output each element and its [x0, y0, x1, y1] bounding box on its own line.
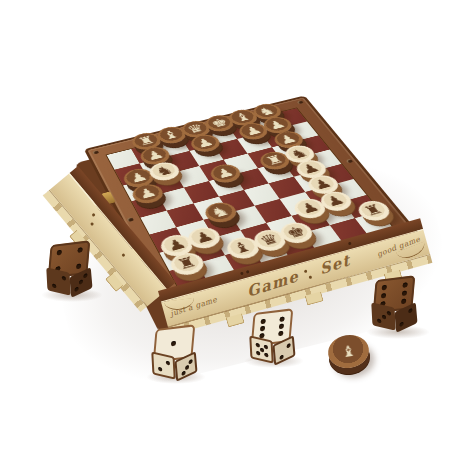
square-e4[interactable] — [244, 183, 280, 206]
piece-glyph: ♟ — [192, 133, 218, 152]
light-piece-h1[interactable]: ♜ — [353, 198, 394, 224]
piece-glyph: ♞ — [206, 201, 234, 224]
drilled-pip — [348, 242, 352, 246]
drilled-pip — [91, 213, 95, 217]
screw-icon — [126, 217, 134, 222]
die-left-face — [46, 267, 71, 295]
piece-glyph: ♟ — [190, 225, 218, 249]
piece-glyph: ♟ — [211, 163, 238, 184]
divider-pip — [304, 269, 308, 273]
piece-glyph: ♟ — [126, 167, 152, 188]
piece-glyph: ♝ — [339, 336, 358, 366]
product-photo-scene: ♜♝♛♚♝♞♟♟♟♟♟♞♟♟♟♜♞♟♞♟♟♟♟♟♜♝♛♚♜ just a gam… — [0, 0, 464, 464]
piece-glyph: ♜ — [358, 199, 388, 221]
drilled-pip — [90, 222, 94, 226]
screw-icon — [92, 150, 99, 155]
screw-icon — [297, 100, 304, 104]
die-left-face — [249, 335, 274, 363]
die-light-center-right[interactable] — [250, 311, 296, 361]
piece-glyph: ♟ — [134, 182, 160, 204]
die-dark-left[interactable] — [47, 243, 95, 295]
piece-glyph: ♝ — [159, 125, 184, 144]
drilled-pip — [121, 253, 125, 257]
piece-glyph: ♞ — [151, 160, 177, 180]
die-light-center-left[interactable] — [152, 327, 198, 377]
die-left-face — [151, 351, 176, 379]
drilled-pip — [240, 272, 244, 276]
screw-icon — [346, 159, 354, 164]
drilled-pip — [246, 270, 250, 274]
piece-glyph: ♜ — [172, 251, 201, 276]
divider-pip — [309, 275, 313, 279]
piece-glyph: ♚ — [281, 220, 311, 243]
die-left-face — [371, 302, 396, 330]
die-dark-right[interactable] — [372, 278, 422, 332]
